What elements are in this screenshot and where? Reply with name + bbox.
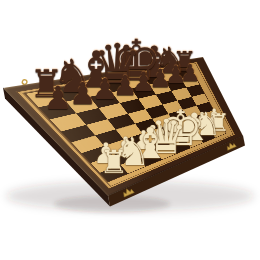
piece-white-rook[interactable]: ♜ [100,146,129,178]
piece-black-pawn[interactable]: ♟ [69,79,96,109]
product-photo-scene: ♜♞♝♛♚♝♞♜♟♟♟♟♟♟♟♟♟♟♟♟♟♟♟♟♜♞♝♛♚♝♞♜ [0,0,260,260]
piece-black-pawn[interactable]: ♟ [43,83,72,115]
